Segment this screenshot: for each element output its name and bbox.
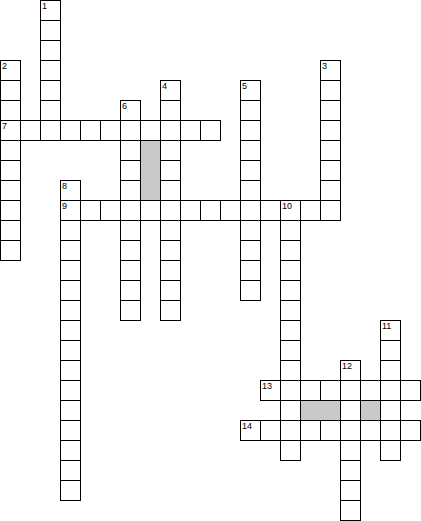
cell[interactable]	[240, 160, 261, 181]
clue-number: 13	[262, 381, 272, 391]
cell[interactable]	[140, 200, 161, 221]
cell[interactable]: 7	[0, 120, 21, 141]
cell[interactable]	[240, 100, 261, 121]
clue-number: 5	[242, 81, 247, 91]
clue-number: 12	[342, 361, 352, 371]
cell[interactable]	[120, 180, 141, 201]
cell[interactable]	[400, 380, 421, 401]
cell[interactable]	[60, 320, 81, 341]
cell[interactable]	[320, 100, 341, 121]
cell[interactable]: 10	[280, 200, 301, 221]
cell[interactable]	[200, 120, 221, 141]
cell[interactable]	[100, 120, 121, 141]
cell[interactable]	[260, 200, 281, 221]
cell[interactable]	[160, 140, 181, 161]
cell[interactable]: 1	[40, 0, 61, 21]
cell[interactable]	[340, 500, 361, 521]
cell[interactable]	[340, 440, 361, 461]
cell[interactable]: 11	[380, 320, 401, 341]
cell[interactable]	[40, 80, 61, 101]
cell[interactable]	[220, 200, 241, 221]
cell[interactable]	[380, 400, 401, 421]
cell[interactable]	[180, 200, 201, 221]
cell[interactable]	[400, 420, 421, 441]
cell[interactable]	[320, 160, 341, 181]
cell[interactable]	[120, 120, 141, 141]
cell[interactable]	[0, 240, 21, 261]
cell[interactable]	[320, 120, 341, 141]
cell[interactable]	[120, 220, 141, 241]
cell[interactable]	[0, 180, 21, 201]
cell[interactable]	[340, 380, 361, 401]
cell[interactable]	[0, 200, 21, 221]
cell[interactable]	[240, 140, 261, 161]
cell[interactable]	[0, 220, 21, 241]
cell[interactable]	[120, 160, 141, 181]
clue-number: 4	[162, 81, 167, 91]
blocked-cell	[360, 400, 381, 421]
clue-number: 2	[2, 61, 7, 71]
clue-number: 7	[2, 121, 7, 131]
cell[interactable]	[160, 280, 181, 301]
cell[interactable]	[360, 380, 381, 401]
cell[interactable]	[280, 420, 301, 441]
cell[interactable]	[300, 420, 321, 441]
cell[interactable]	[280, 240, 301, 261]
cell[interactable]	[60, 120, 81, 141]
cell[interactable]	[0, 140, 21, 161]
cell[interactable]	[300, 200, 321, 221]
cell[interactable]	[380, 440, 401, 461]
cell[interactable]	[360, 420, 381, 441]
cell[interactable]	[380, 380, 401, 401]
cell[interactable]	[20, 120, 41, 141]
cell[interactable]: 13	[260, 380, 281, 401]
cell[interactable]	[60, 460, 81, 481]
cell[interactable]	[240, 280, 261, 301]
cell[interactable]	[240, 220, 261, 241]
cell[interactable]	[60, 480, 81, 501]
cell[interactable]	[380, 340, 401, 361]
cell[interactable]	[240, 260, 261, 281]
cell[interactable]	[160, 120, 181, 141]
cell[interactable]	[120, 300, 141, 321]
cell[interactable]	[160, 300, 181, 321]
clue-number: 3	[322, 61, 327, 71]
cell[interactable]	[0, 80, 21, 101]
clue-number: 1	[42, 1, 47, 11]
cell[interactable]: 3	[320, 60, 341, 81]
cell[interactable]: 8	[60, 180, 81, 201]
clue-number: 8	[62, 181, 67, 191]
cell[interactable]	[0, 160, 21, 181]
cell[interactable]	[160, 200, 181, 221]
cell[interactable]	[60, 220, 81, 241]
cell[interactable]	[260, 420, 281, 441]
cell[interactable]	[320, 200, 341, 221]
cell[interactable]	[160, 100, 181, 121]
cell[interactable]: 14	[240, 420, 261, 441]
cell[interactable]	[280, 320, 301, 341]
cell[interactable]	[60, 360, 81, 381]
crossword-board: 1234567891011121314	[0, 0, 421, 521]
cell[interactable]: 6	[120, 100, 141, 121]
cell[interactable]	[280, 260, 301, 281]
clue-number: 9	[62, 201, 67, 211]
cell[interactable]: 4	[160, 80, 181, 101]
cell[interactable]	[80, 200, 101, 221]
cell[interactable]	[320, 80, 341, 101]
cell[interactable]	[60, 340, 81, 361]
blocked-cell	[320, 400, 341, 421]
cell[interactable]	[40, 60, 61, 81]
cell[interactable]	[40, 100, 61, 121]
cell[interactable]	[120, 140, 141, 161]
cell[interactable]	[280, 400, 301, 421]
cell[interactable]	[280, 360, 301, 381]
cell[interactable]: 5	[240, 80, 261, 101]
cell[interactable]	[160, 240, 181, 261]
cell[interactable]	[340, 460, 361, 481]
cell[interactable]	[0, 100, 21, 121]
cell[interactable]	[140, 120, 161, 141]
cell[interactable]	[200, 200, 221, 221]
cell[interactable]	[340, 480, 361, 501]
cell[interactable]: 2	[0, 60, 21, 81]
cell[interactable]	[320, 380, 341, 401]
cell[interactable]: 9	[60, 200, 81, 221]
cell[interactable]	[60, 380, 81, 401]
cell[interactable]	[80, 120, 101, 141]
cell[interactable]	[60, 400, 81, 421]
cell[interactable]	[40, 20, 61, 41]
blocked-cell	[140, 140, 161, 161]
cell[interactable]	[280, 280, 301, 301]
clue-number: 6	[122, 101, 127, 111]
cell[interactable]	[240, 240, 261, 261]
blocked-cell	[140, 160, 161, 181]
cell[interactable]	[300, 380, 321, 401]
cell[interactable]	[240, 200, 261, 221]
cell[interactable]	[120, 280, 141, 301]
cell[interactable]	[280, 440, 301, 461]
cell[interactable]	[160, 260, 181, 281]
blocked-cell	[140, 180, 161, 201]
clue-number: 14	[242, 421, 252, 431]
clue-number: 11	[382, 321, 391, 331]
cell[interactable]	[280, 380, 301, 401]
cell[interactable]	[280, 340, 301, 361]
cell[interactable]	[160, 220, 181, 241]
cell[interactable]	[120, 260, 141, 281]
cell[interactable]	[120, 200, 141, 221]
cell[interactable]	[60, 280, 81, 301]
cell[interactable]	[240, 180, 261, 201]
cell[interactable]	[280, 220, 301, 241]
cell[interactable]	[40, 120, 61, 141]
cell[interactable]	[100, 200, 121, 221]
cell[interactable]	[340, 420, 361, 441]
blocked-cell	[300, 400, 321, 421]
cell[interactable]	[40, 40, 61, 61]
cell[interactable]: 12	[340, 360, 361, 381]
cell[interactable]	[380, 420, 401, 441]
cell[interactable]	[160, 180, 181, 201]
clue-number: 10	[282, 201, 292, 211]
cell[interactable]	[180, 120, 201, 141]
cell[interactable]	[380, 360, 401, 381]
cell[interactable]	[160, 160, 181, 181]
cell[interactable]	[320, 140, 341, 161]
cell[interactable]	[60, 260, 81, 281]
cell[interactable]	[60, 440, 81, 461]
cell[interactable]	[320, 420, 341, 441]
cell[interactable]	[120, 240, 141, 261]
cell[interactable]	[60, 240, 81, 261]
cell[interactable]	[280, 300, 301, 321]
cell[interactable]	[60, 420, 81, 441]
cell[interactable]	[340, 400, 361, 421]
cell[interactable]	[320, 180, 341, 201]
cell[interactable]	[60, 300, 81, 321]
cell[interactable]	[240, 120, 261, 141]
